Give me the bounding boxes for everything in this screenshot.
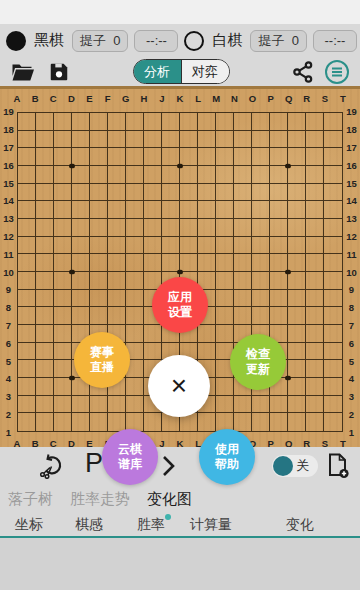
- board-cell[interactable]: [108, 254, 126, 272]
- board-cell[interactable]: [108, 166, 126, 184]
- board-cell[interactable]: [126, 113, 144, 131]
- coord-number: 7: [1, 317, 16, 335]
- board-cell[interactable]: [270, 237, 288, 255]
- board-cell[interactable]: [288, 254, 306, 272]
- board-cell[interactable]: [18, 237, 36, 255]
- board-cell[interactable]: [18, 343, 36, 361]
- board-cell[interactable]: [90, 184, 108, 202]
- board-cell[interactable]: [36, 378, 54, 396]
- board-cell[interactable]: [72, 113, 90, 131]
- match-live-button[interactable]: 赛事直播: [74, 332, 130, 388]
- board-cell[interactable]: [252, 413, 270, 431]
- board-cell[interactable]: [36, 290, 54, 308]
- usage-help-button[interactable]: 使用帮助: [199, 429, 255, 485]
- board-cell[interactable]: [288, 131, 306, 149]
- board-cell[interactable]: [36, 413, 54, 431]
- board-cell[interactable]: [216, 307, 234, 325]
- board-cell[interactable]: [18, 184, 36, 202]
- board-cell[interactable]: [36, 184, 54, 202]
- board-cell[interactable]: [72, 413, 90, 431]
- board-cell[interactable]: [216, 148, 234, 166]
- board-cell[interactable]: [54, 413, 72, 431]
- board-cell[interactable]: [234, 254, 252, 272]
- mode-play-button[interactable]: 对弈: [181, 60, 229, 83]
- board-cell[interactable]: [198, 131, 216, 149]
- board-cell[interactable]: [18, 254, 36, 272]
- board-cell[interactable]: [18, 166, 36, 184]
- board-cell[interactable]: [72, 219, 90, 237]
- menu-icon[interactable]: [324, 60, 350, 84]
- board-cell[interactable]: [54, 201, 72, 219]
- board-cell[interactable]: [288, 290, 306, 308]
- board-cell[interactable]: [108, 184, 126, 202]
- board-cell[interactable]: [108, 413, 126, 431]
- board-cell[interactable]: [144, 219, 162, 237]
- board-cell[interactable]: [18, 219, 36, 237]
- board-cell[interactable]: [216, 378, 234, 396]
- board-cell[interactable]: [144, 184, 162, 202]
- board-cell[interactable]: [270, 307, 288, 325]
- board-cell[interactable]: [54, 307, 72, 325]
- save-icon[interactable]: [46, 60, 72, 84]
- board-cell[interactable]: [216, 219, 234, 237]
- board-cell[interactable]: [288, 184, 306, 202]
- board-cell[interactable]: [252, 131, 270, 149]
- board-cell[interactable]: [36, 201, 54, 219]
- board-cell[interactable]: [216, 201, 234, 219]
- coord-letter: C: [44, 93, 62, 105]
- board-cell[interactable]: [270, 166, 288, 184]
- board-cell[interactable]: [324, 148, 342, 166]
- board-cell[interactable]: [126, 166, 144, 184]
- board-cell[interactable]: [90, 148, 108, 166]
- board-cell[interactable]: [180, 254, 198, 272]
- board-cell[interactable]: [324, 396, 342, 414]
- board-cell[interactable]: [108, 307, 126, 325]
- board-cell[interactable]: [54, 272, 72, 290]
- board-cell[interactable]: [162, 184, 180, 202]
- board-cell[interactable]: [324, 378, 342, 396]
- board-cell[interactable]: [216, 325, 234, 343]
- board-cell[interactable]: [288, 148, 306, 166]
- board-cell[interactable]: [162, 113, 180, 131]
- board-cell[interactable]: [36, 325, 54, 343]
- board-cell[interactable]: [126, 219, 144, 237]
- board-cell[interactable]: [90, 237, 108, 255]
- board-cell[interactable]: [288, 201, 306, 219]
- board-cell[interactable]: [324, 184, 342, 202]
- board-cell[interactable]: [198, 166, 216, 184]
- board-cell[interactable]: [36, 343, 54, 361]
- board-cell[interactable]: [270, 413, 288, 431]
- board-cell[interactable]: [324, 254, 342, 272]
- board-cell[interactable]: [36, 360, 54, 378]
- board-cell[interactable]: [90, 254, 108, 272]
- board-cell[interactable]: [288, 166, 306, 184]
- board-cell[interactable]: [54, 396, 72, 414]
- board-cell[interactable]: [234, 148, 252, 166]
- board-cell[interactable]: [306, 113, 324, 131]
- tab-winrate-trend[interactable]: 胜率走势: [70, 490, 130, 509]
- board-cell[interactable]: [126, 378, 144, 396]
- board-cell[interactable]: [108, 131, 126, 149]
- board-cell[interactable]: [54, 237, 72, 255]
- board-cell[interactable]: [216, 166, 234, 184]
- board-cell[interactable]: [36, 254, 54, 272]
- share-icon[interactable]: [290, 60, 316, 84]
- board-cell[interactable]: [234, 166, 252, 184]
- analysis-table-header: 坐标 棋感 胜率 计算量 变化: [0, 512, 360, 538]
- board-cell[interactable]: [252, 184, 270, 202]
- board-cell[interactable]: [252, 219, 270, 237]
- board-cell[interactable]: [144, 148, 162, 166]
- board-cell[interactable]: [72, 307, 90, 325]
- board-cell[interactable]: [252, 237, 270, 255]
- board-cell[interactable]: [198, 148, 216, 166]
- status-bar: [0, 0, 360, 24]
- board-cell[interactable]: [306, 343, 324, 361]
- board-cell[interactable]: [162, 219, 180, 237]
- radial-menu-close-button[interactable]: ×: [148, 355, 210, 417]
- board-cell[interactable]: [270, 113, 288, 131]
- board-cell[interactable]: [234, 237, 252, 255]
- board-cell[interactable]: [18, 131, 36, 149]
- board-cell[interactable]: [234, 184, 252, 202]
- board-cell[interactable]: [198, 184, 216, 202]
- board-cell[interactable]: [252, 307, 270, 325]
- board-cell[interactable]: [18, 272, 36, 290]
- board-cell[interactable]: [216, 237, 234, 255]
- board-cell[interactable]: [144, 201, 162, 219]
- board-cell[interactable]: [72, 254, 90, 272]
- board-cell[interactable]: [306, 396, 324, 414]
- board-cell[interactable]: [90, 113, 108, 131]
- board-cell[interactable]: [306, 219, 324, 237]
- board-cell[interactable]: [18, 290, 36, 308]
- board-cell[interactable]: [306, 148, 324, 166]
- board-cell[interactable]: [144, 113, 162, 131]
- app-settings-button[interactable]: 应用设置: [152, 277, 208, 333]
- board-cell[interactable]: [126, 290, 144, 308]
- board-cell[interactable]: [306, 184, 324, 202]
- board-cell[interactable]: [18, 201, 36, 219]
- board-cell[interactable]: [54, 343, 72, 361]
- board-cell[interactable]: [324, 360, 342, 378]
- board-cell[interactable]: [234, 131, 252, 149]
- star-point: [285, 376, 291, 381]
- board-cell[interactable]: [54, 184, 72, 202]
- board-cell[interactable]: [72, 184, 90, 202]
- board-cell[interactable]: [234, 219, 252, 237]
- board-cell[interactable]: [288, 272, 306, 290]
- board-cell[interactable]: [108, 219, 126, 237]
- coord-letter: G: [117, 93, 135, 105]
- board-cell[interactable]: [180, 166, 198, 184]
- board-cell[interactable]: [216, 131, 234, 149]
- board-cell[interactable]: [288, 219, 306, 237]
- board-cell[interactable]: [324, 166, 342, 184]
- coord-number: 12: [1, 228, 16, 246]
- board-cell[interactable]: [108, 237, 126, 255]
- coord-number: 15: [1, 174, 16, 192]
- board-cell[interactable]: [108, 113, 126, 131]
- board-cell[interactable]: [270, 219, 288, 237]
- mode-analysis-button[interactable]: 分析: [134, 60, 181, 83]
- board-cell[interactable]: [90, 413, 108, 431]
- board-cell[interactable]: [270, 290, 288, 308]
- board-cell[interactable]: [126, 131, 144, 149]
- coord-number: 15: [344, 174, 359, 192]
- coord-number: 4: [344, 370, 359, 388]
- board-cell[interactable]: [36, 396, 54, 414]
- board-cell[interactable]: [126, 201, 144, 219]
- board-cell[interactable]: [72, 290, 90, 308]
- open-folder-icon[interactable]: [10, 60, 36, 84]
- board-cell[interactable]: [108, 272, 126, 290]
- board-cell[interactable]: [324, 237, 342, 255]
- board-cell[interactable]: [270, 272, 288, 290]
- board-cell[interactable]: [36, 272, 54, 290]
- board-cell[interactable]: [36, 148, 54, 166]
- board-cell[interactable]: [288, 325, 306, 343]
- board-cell[interactable]: [180, 184, 198, 202]
- board-cell[interactable]: [36, 113, 54, 131]
- board-cell[interactable]: [234, 290, 252, 308]
- board-cell[interactable]: [36, 166, 54, 184]
- board-cell[interactable]: [126, 184, 144, 202]
- board-cell[interactable]: [18, 325, 36, 343]
- coord-number: 7: [344, 317, 359, 335]
- board-cell[interactable]: [90, 131, 108, 149]
- board-cell[interactable]: [324, 272, 342, 290]
- board-cell[interactable]: [198, 219, 216, 237]
- board-cell[interactable]: [306, 254, 324, 272]
- board-cell[interactable]: [252, 148, 270, 166]
- board-cell[interactable]: [54, 325, 72, 343]
- board-cell[interactable]: [54, 166, 72, 184]
- board-cell[interactable]: [270, 131, 288, 149]
- new-file-icon[interactable]: [325, 452, 351, 483]
- board-cell[interactable]: [108, 396, 126, 414]
- board-cell[interactable]: [306, 237, 324, 255]
- board-cell[interactable]: [144, 343, 162, 361]
- board-cell[interactable]: [108, 290, 126, 308]
- board-cell[interactable]: [324, 343, 342, 361]
- coord-letter: F: [99, 93, 117, 105]
- board-cell[interactable]: [90, 272, 108, 290]
- board-cell[interactable]: [324, 113, 342, 131]
- board-cell[interactable]: [324, 131, 342, 149]
- board-cell[interactable]: [72, 272, 90, 290]
- board-cell[interactable]: [144, 131, 162, 149]
- board-cell[interactable]: [144, 413, 162, 431]
- board-cell[interactable]: [144, 325, 162, 343]
- board-cell[interactable]: [180, 113, 198, 131]
- board-cell[interactable]: [216, 113, 234, 131]
- board-cell[interactable]: [144, 237, 162, 255]
- board-cell[interactable]: [18, 396, 36, 414]
- board-cell[interactable]: [216, 290, 234, 308]
- board-cell[interactable]: [252, 113, 270, 131]
- board-cell[interactable]: [306, 166, 324, 184]
- board-cell[interactable]: [126, 272, 144, 290]
- board-cell[interactable]: [216, 272, 234, 290]
- board-cell[interactable]: [180, 219, 198, 237]
- board-cell[interactable]: [252, 166, 270, 184]
- check-update-button[interactable]: 检查更新: [230, 334, 286, 390]
- board-cell[interactable]: [306, 131, 324, 149]
- board-cell[interactable]: [306, 378, 324, 396]
- coord-letter: E: [80, 93, 98, 105]
- tab-variation-diagram[interactable]: 变化图: [147, 490, 192, 509]
- board-cell[interactable]: [54, 131, 72, 149]
- board-cell[interactable]: [144, 166, 162, 184]
- board-cell[interactable]: [72, 237, 90, 255]
- coord-number: 13: [1, 210, 16, 228]
- check-update-label: 更新: [246, 362, 270, 377]
- board-cell[interactable]: [18, 307, 36, 325]
- board-cell[interactable]: [162, 201, 180, 219]
- board-cell[interactable]: [306, 325, 324, 343]
- app-window: 黑棋 提子 0 --:-- 白棋 提子 0 --:-- 分析 对: [0, 0, 360, 590]
- board-cell[interactable]: [108, 201, 126, 219]
- column-coordinate: 坐标: [15, 516, 43, 534]
- board-cell[interactable]: [126, 237, 144, 255]
- board-cell[interactable]: [216, 184, 234, 202]
- cloud-library-button[interactable]: 云棋谱库: [102, 429, 158, 485]
- board-cell[interactable]: [18, 148, 36, 166]
- board-cell[interactable]: [18, 413, 36, 431]
- board-cell[interactable]: [270, 184, 288, 202]
- board-cell[interactable]: [90, 307, 108, 325]
- coord-number: 19: [344, 103, 359, 121]
- board-cell[interactable]: [18, 360, 36, 378]
- board-cell[interactable]: [324, 201, 342, 219]
- board-cell[interactable]: [18, 378, 36, 396]
- board-cell[interactable]: [252, 201, 270, 219]
- board-cell[interactable]: [288, 307, 306, 325]
- board-cell[interactable]: [126, 148, 144, 166]
- board-cell[interactable]: [90, 219, 108, 237]
- board-cell[interactable]: [216, 254, 234, 272]
- coord-number: 16: [1, 156, 16, 174]
- board-cell[interactable]: [54, 113, 72, 131]
- board-cell[interactable]: [180, 131, 198, 149]
- board-cell[interactable]: [180, 201, 198, 219]
- board-cell[interactable]: [234, 396, 252, 414]
- analysis-toggle[interactable]: 关: [272, 455, 318, 477]
- board-cell[interactable]: [234, 272, 252, 290]
- board-cell[interactable]: [324, 325, 342, 343]
- board-cell[interactable]: [72, 201, 90, 219]
- board-cell[interactable]: [252, 396, 270, 414]
- board-cell[interactable]: [180, 237, 198, 255]
- board-cell[interactable]: [72, 148, 90, 166]
- board-cell[interactable]: [144, 254, 162, 272]
- board-cell[interactable]: [252, 290, 270, 308]
- board-cell[interactable]: [162, 166, 180, 184]
- board-cell[interactable]: [252, 254, 270, 272]
- white-captures-label: 提子: [258, 33, 284, 48]
- board-numbers-right: 19181716151413121110987654321: [344, 103, 359, 441]
- board-cell[interactable]: [234, 307, 252, 325]
- board-cell[interactable]: [198, 325, 216, 343]
- board-cell[interactable]: [180, 148, 198, 166]
- board-cell[interactable]: [306, 201, 324, 219]
- board-cell[interactable]: [270, 201, 288, 219]
- board-cell[interactable]: [288, 343, 306, 361]
- board-cell[interactable]: [270, 396, 288, 414]
- board-cell[interactable]: [72, 396, 90, 414]
- board-cell[interactable]: [324, 307, 342, 325]
- board-cell[interactable]: [90, 396, 108, 414]
- board-cell[interactable]: [36, 131, 54, 149]
- board-cell[interactable]: [18, 113, 36, 131]
- board-cell[interactable]: [90, 290, 108, 308]
- board-cell[interactable]: [306, 360, 324, 378]
- board-cell[interactable]: [162, 237, 180, 255]
- board-cell[interactable]: [126, 307, 144, 325]
- tab-move-tree[interactable]: 落子树: [8, 490, 53, 509]
- board-cell[interactable]: [54, 378, 72, 396]
- undo-cut-icon[interactable]: [38, 453, 66, 483]
- board-cell[interactable]: [288, 378, 306, 396]
- board-cell[interactable]: [288, 413, 306, 431]
- board-cell[interactable]: [54, 219, 72, 237]
- board-cell[interactable]: [126, 254, 144, 272]
- board-cell[interactable]: [324, 290, 342, 308]
- board-cell[interactable]: [162, 131, 180, 149]
- board-cell[interactable]: [126, 396, 144, 414]
- board-cell[interactable]: [36, 307, 54, 325]
- board-cell[interactable]: [72, 166, 90, 184]
- board-cell[interactable]: [252, 272, 270, 290]
- board-cell[interactable]: [198, 201, 216, 219]
- board-cell[interactable]: [72, 131, 90, 149]
- board-cell[interactable]: [288, 113, 306, 131]
- board-cell[interactable]: [324, 413, 342, 431]
- board-cell[interactable]: [90, 201, 108, 219]
- next-move-icon[interactable]: [158, 453, 178, 483]
- board-cell[interactable]: [306, 272, 324, 290]
- board-cell[interactable]: [54, 290, 72, 308]
- board-cell[interactable]: [306, 290, 324, 308]
- board-cell[interactable]: [216, 396, 234, 414]
- board-cell[interactable]: [126, 325, 144, 343]
- board-cell[interactable]: [288, 360, 306, 378]
- board-cell[interactable]: [288, 237, 306, 255]
- pass-button[interactable]: P: [85, 448, 103, 479]
- board-cell[interactable]: [234, 413, 252, 431]
- board-cell[interactable]: [306, 307, 324, 325]
- board-cell[interactable]: [198, 413, 216, 431]
- board-cell[interactable]: [108, 148, 126, 166]
- board-cell[interactable]: [198, 343, 216, 361]
- board-cell[interactable]: [234, 113, 252, 131]
- board-cell[interactable]: [198, 254, 216, 272]
- board-cell[interactable]: [36, 219, 54, 237]
- coord-number: 1: [1, 423, 16, 441]
- white-timer: --:--: [313, 30, 357, 52]
- board-cell[interactable]: [288, 396, 306, 414]
- board-cell[interactable]: [198, 237, 216, 255]
- board-cell[interactable]: [324, 219, 342, 237]
- board-cell[interactable]: [90, 166, 108, 184]
- board-cell[interactable]: [306, 413, 324, 431]
- board-cell[interactable]: [198, 113, 216, 131]
- board-cell[interactable]: [234, 201, 252, 219]
- board-cell[interactable]: [36, 237, 54, 255]
